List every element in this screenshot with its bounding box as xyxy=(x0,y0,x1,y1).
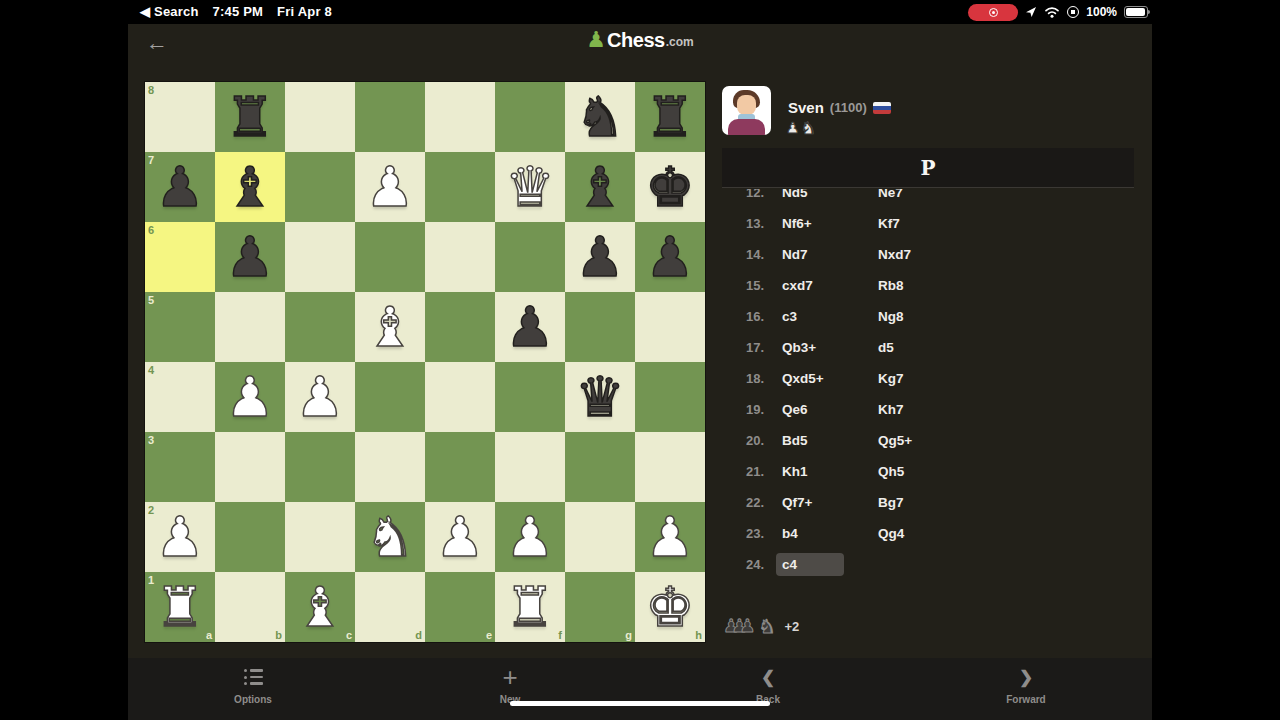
white-knight-capture-icon: ♞ xyxy=(800,120,815,137)
square-h6[interactable]: ♟ xyxy=(635,222,705,292)
rank-label-5: 5 xyxy=(148,294,154,306)
battery-icon xyxy=(1124,6,1148,18)
piece-black-knight[interactable]: ♞ xyxy=(575,82,624,152)
move-row-23: 23.b4Qg4 xyxy=(722,518,1134,549)
move-number: 24. xyxy=(722,557,764,572)
square-a7[interactable]: 7♟ xyxy=(145,152,215,222)
square-b8[interactable]: ♜ xyxy=(215,82,285,152)
square-d2[interactable]: ♞ xyxy=(355,502,425,572)
square-g5[interactable] xyxy=(565,292,635,362)
record-dot-icon xyxy=(989,8,998,17)
move-number: 23. xyxy=(722,526,764,541)
move-list-panel: P 12.Nd5Ne713.Nf6+Kf714.Nd7Nxd715.cxd7Rb… xyxy=(722,148,1134,612)
square-e4[interactable] xyxy=(425,362,495,432)
piece-white-knight[interactable]: ♞ xyxy=(365,502,414,572)
square-c4[interactable]: ♟ xyxy=(285,362,355,432)
piece-white-pawn[interactable]: ♟ xyxy=(225,362,274,432)
flag-stripe xyxy=(873,110,891,114)
square-f3[interactable] xyxy=(495,432,565,502)
opponent-rating: (1100) xyxy=(830,100,867,115)
square-g4[interactable]: ♛ xyxy=(565,362,635,432)
move-black[interactable]: d5 xyxy=(878,340,894,355)
black-pawn-capture-icon: ♟ xyxy=(739,616,755,636)
file-label-h: h xyxy=(695,629,702,641)
piece-white-bishop[interactable]: ♝ xyxy=(295,572,344,642)
rank-label-1: 1 xyxy=(148,574,154,586)
move-white[interactable]: Qxd5+ xyxy=(776,367,844,390)
piece-black-queen[interactable]: ♛ xyxy=(575,362,624,432)
piece-black-rook[interactable]: ♜ xyxy=(645,82,694,152)
piece-black-rook[interactable]: ♜ xyxy=(225,82,274,152)
square-g2[interactable] xyxy=(565,502,635,572)
piece-white-bishop[interactable]: ♝ xyxy=(365,292,414,362)
move-white[interactable]: Nf6+ xyxy=(776,212,844,235)
square-a4[interactable]: 4 xyxy=(145,362,215,432)
move-white[interactable]: Qf7+ xyxy=(776,491,844,514)
square-d4[interactable] xyxy=(355,362,425,432)
home-indicator[interactable] xyxy=(510,701,770,706)
square-g3[interactable] xyxy=(565,432,635,502)
status-right: 100% xyxy=(968,3,1148,21)
square-c3[interactable] xyxy=(285,432,355,502)
square-f5[interactable]: ♟ xyxy=(495,292,565,362)
file-label-a: a xyxy=(206,629,212,641)
avatar-face xyxy=(737,95,756,115)
piece-black-pawn[interactable]: ♟ xyxy=(505,292,554,362)
new-game-button[interactable]: + New xyxy=(450,666,570,705)
square-a6[interactable]: 6 xyxy=(145,222,215,292)
move-white[interactable]: b4 xyxy=(776,522,844,545)
pawn-header-icon: P xyxy=(920,155,935,180)
forward-move-button[interactable]: ❯ Forward xyxy=(966,666,1086,705)
square-g8[interactable]: ♞ xyxy=(565,82,635,152)
piece-black-pawn[interactable]: ♟ xyxy=(155,152,204,222)
logo-suffix: .com xyxy=(666,33,694,52)
file-label-b: b xyxy=(275,629,282,641)
piece-white-pawn[interactable]: ♟ xyxy=(645,502,694,572)
square-f8[interactable] xyxy=(495,82,565,152)
move-black[interactable]: Qg5+ xyxy=(878,433,912,448)
rank-label-4: 4 xyxy=(148,364,154,376)
opponent-name: Sven xyxy=(788,99,824,116)
square-f1[interactable]: f♜ xyxy=(495,572,565,642)
square-a3[interactable]: 3 xyxy=(145,432,215,502)
file-label-f: f xyxy=(558,629,562,641)
move-number: 16. xyxy=(722,309,764,324)
options-label: Options xyxy=(234,694,272,705)
piece-white-rook[interactable]: ♜ xyxy=(155,572,204,642)
piece-white-queen[interactable]: ♛ xyxy=(505,152,554,222)
piece-black-pawn[interactable]: ♟ xyxy=(645,222,694,292)
piece-black-pawn[interactable]: ♟ xyxy=(575,222,624,292)
move-white[interactable]: cxd7 xyxy=(776,274,844,297)
move-row-20: 20.Bd5Qg5+ xyxy=(722,425,1134,456)
move-number: 20. xyxy=(722,433,764,448)
move-number: 15. xyxy=(722,278,764,293)
options-button[interactable]: Options xyxy=(193,666,313,705)
move-black[interactable]: Ng8 xyxy=(878,309,904,324)
move-number: 14. xyxy=(722,247,764,262)
move-row-15: 15.cxd7Rb8 xyxy=(722,270,1134,301)
move-row-21: 21.Kh1Qh5 xyxy=(722,456,1134,487)
rank-label-7: 7 xyxy=(148,154,154,166)
screen-recording-indicator[interactable] xyxy=(968,4,1018,21)
square-b1[interactable]: b xyxy=(215,572,285,642)
back-move-button[interactable]: ❮ Back xyxy=(708,666,828,705)
russia-flag-icon xyxy=(873,102,891,114)
square-e6[interactable] xyxy=(425,222,495,292)
move-row-22: 22.Qf7+Bg7 xyxy=(722,487,1134,518)
move-row-13: 13.Nf6+Kf7 xyxy=(722,208,1134,239)
move-white[interactable]: Bd5 xyxy=(776,429,844,452)
options-list-icon xyxy=(244,666,263,688)
move-black[interactable]: Rb8 xyxy=(878,278,904,293)
move-white[interactable]: Qb3+ xyxy=(776,336,844,359)
back-to-search-link[interactable]: ◀ Search xyxy=(140,4,199,19)
square-c1[interactable]: c♝ xyxy=(285,572,355,642)
move-number: 19. xyxy=(722,402,764,417)
square-b7[interactable]: ♝ xyxy=(215,152,285,222)
move-black[interactable]: Bg7 xyxy=(878,495,904,510)
rank-label-2: 2 xyxy=(148,504,154,516)
logo-text: Chess xyxy=(607,28,665,52)
square-f7[interactable]: ♛ xyxy=(495,152,565,222)
square-c5[interactable] xyxy=(285,292,355,362)
black-knight-capture-icon: ♞ xyxy=(758,616,775,636)
piece-white-pawn[interactable]: ♟ xyxy=(435,502,484,572)
piece-black-bishop[interactable]: ♝ xyxy=(575,152,624,222)
opponent-info: Sven (1100) xyxy=(788,99,891,116)
move-row-14: 14.Nd7Nxd7 xyxy=(722,239,1134,270)
square-e2[interactable]: ♟ xyxy=(425,502,495,572)
move-number: 17. xyxy=(722,340,764,355)
screen: ◀ Search 7:45 PM Fri Apr 8 100% ← ♟ Ches… xyxy=(0,0,1280,720)
wifi-icon xyxy=(1044,6,1060,18)
forward-label: Forward xyxy=(1006,694,1045,705)
square-b4[interactable]: ♟ xyxy=(215,362,285,432)
material-advantage: +2 xyxy=(784,619,799,634)
move-list: 12.Nd5Ne713.Nf6+Kf714.Nd7Nxd715.cxd7Rb81… xyxy=(722,189,1134,580)
file-label-c: c xyxy=(346,629,352,641)
square-e1[interactable]: e xyxy=(425,572,495,642)
move-number: 21. xyxy=(722,464,764,479)
move-number: 22. xyxy=(722,495,764,510)
file-label-e: e xyxy=(486,629,492,641)
square-h4[interactable] xyxy=(635,362,705,432)
move-row-12: 12.Nd5Ne7 xyxy=(722,189,1134,208)
piece-black-bishop[interactable]: ♝ xyxy=(225,152,274,222)
square-a8[interactable]: 8 xyxy=(145,82,215,152)
piece-black-pawn[interactable]: ♟ xyxy=(225,222,274,292)
square-h8[interactable]: ♜ xyxy=(635,82,705,152)
square-c2[interactable] xyxy=(285,502,355,572)
move-list-scroll[interactable]: 12.Nd5Ne713.Nf6+Kf714.Nd7Nxd715.cxd7Rb81… xyxy=(722,189,1134,588)
status-date: Fri Apr 8 xyxy=(277,4,332,19)
piece-white-pawn[interactable]: ♟ xyxy=(365,152,414,222)
move-white[interactable]: Kh1 xyxy=(776,460,844,483)
move-white[interactable]: Qe6 xyxy=(776,398,844,421)
piece-white-rook[interactable]: ♜ xyxy=(505,572,554,642)
file-label-d: d xyxy=(415,629,422,641)
square-e8[interactable] xyxy=(425,82,495,152)
square-c7[interactable] xyxy=(285,152,355,222)
move-row-19: 19.Qe6Kh7 xyxy=(722,394,1134,425)
move-number: 13. xyxy=(722,216,764,231)
square-a2[interactable]: 2♟ xyxy=(145,502,215,572)
move-row-17: 17.Qb3+d5 xyxy=(722,332,1134,363)
square-b6[interactable]: ♟ xyxy=(215,222,285,292)
location-icon xyxy=(1025,6,1037,18)
square-h3[interactable] xyxy=(635,432,705,502)
move-white[interactable]: c4 xyxy=(776,553,844,576)
chesscom-logo: ♟ Chess .com xyxy=(128,28,1152,52)
move-black[interactable]: Kh7 xyxy=(878,402,904,417)
player-captured-pieces: ♟♟♟♞+2 xyxy=(723,615,799,637)
square-h2[interactable]: ♟ xyxy=(635,502,705,572)
opponent-captured-pieces: ♟♞ xyxy=(786,120,816,137)
square-f6[interactable] xyxy=(495,222,565,292)
square-d5[interactable]: ♝ xyxy=(355,292,425,362)
move-white[interactable]: Nd5 xyxy=(776,189,844,204)
square-a1[interactable]: 1a♜ xyxy=(145,572,215,642)
square-c6[interactable] xyxy=(285,222,355,292)
chevron-left-icon: ❮ xyxy=(761,666,775,688)
move-black[interactable]: Qg4 xyxy=(878,526,904,541)
white-pawn-capture-icon: ♟ xyxy=(786,120,799,137)
square-c8[interactable] xyxy=(285,82,355,152)
move-black[interactable]: Kf7 xyxy=(878,216,900,231)
piece-white-king[interactable]: ♚ xyxy=(645,572,694,642)
status-bar: ◀ Search 7:45 PM Fri Apr 8 100% xyxy=(0,0,1280,24)
move-black[interactable]: Qh5 xyxy=(878,464,904,479)
square-h5[interactable] xyxy=(635,292,705,362)
opponent-avatar[interactable] xyxy=(722,86,771,135)
move-list-header[interactable]: P xyxy=(722,148,1134,188)
move-row-24: 24.c4 xyxy=(722,549,1134,580)
square-g6[interactable]: ♟ xyxy=(565,222,635,292)
move-row-18: 18.Qxd5+Kg7 xyxy=(722,363,1134,394)
square-f4[interactable] xyxy=(495,362,565,432)
top-nav: ← ♟ Chess .com xyxy=(128,24,1152,64)
plus-icon: + xyxy=(502,666,517,688)
piece-white-pawn[interactable]: ♟ xyxy=(295,362,344,432)
move-black[interactable]: Kg7 xyxy=(878,371,904,386)
square-e5[interactable] xyxy=(425,292,495,362)
square-d1[interactable]: d xyxy=(355,572,425,642)
move-number: 12. xyxy=(722,189,764,200)
piece-white-pawn[interactable]: ♟ xyxy=(155,502,204,572)
move-white[interactable]: c3 xyxy=(776,305,844,328)
square-g7[interactable]: ♝ xyxy=(565,152,635,222)
square-d7[interactable]: ♟ xyxy=(355,152,425,222)
move-black[interactable]: Nxd7 xyxy=(878,247,911,262)
square-g1[interactable]: g xyxy=(565,572,635,642)
rank-label-3: 3 xyxy=(148,434,154,446)
square-a5[interactable]: 5 xyxy=(145,292,215,362)
square-h1[interactable]: h♚ xyxy=(635,572,705,642)
square-b2[interactable] xyxy=(215,502,285,572)
status-time: 7:45 PM xyxy=(213,4,264,19)
square-e3[interactable] xyxy=(425,432,495,502)
square-d6[interactable] xyxy=(355,222,425,292)
rank-label-6: 6 xyxy=(148,224,154,236)
chess-board[interactable]: 8♜♞♜7♟♝♟♛♝♚6♟♟♟5♝♟4♟♟♛32♟♞♟♟♟1a♜bc♝def♜g… xyxy=(145,82,705,642)
piece-white-pawn[interactable]: ♟ xyxy=(505,502,554,572)
square-d3[interactable] xyxy=(355,432,425,502)
move-number: 18. xyxy=(722,371,764,386)
move-row-16: 16.c3Ng8 xyxy=(722,301,1134,332)
status-left: ◀ Search 7:45 PM Fri Apr 8 xyxy=(140,4,332,19)
square-f2[interactable]: ♟ xyxy=(495,502,565,572)
square-d8[interactable] xyxy=(355,82,425,152)
battery-percent: 100% xyxy=(1086,5,1117,19)
square-e7[interactable] xyxy=(425,152,495,222)
square-b5[interactable] xyxy=(215,292,285,362)
chevron-right-icon: ❯ xyxy=(1019,666,1033,688)
square-h7[interactable]: ♚ xyxy=(635,152,705,222)
rotation-lock-icon xyxy=(1067,6,1079,18)
move-white[interactable]: Nd7 xyxy=(776,243,844,266)
avatar-sweater xyxy=(728,119,765,135)
rank-label-8: 8 xyxy=(148,84,154,96)
file-label-g: g xyxy=(625,629,632,641)
pawn-logo-icon: ♟ xyxy=(586,28,606,52)
bottom-toolbar: Options + New ❮ Back ❯ Forward xyxy=(128,658,1152,720)
square-b3[interactable] xyxy=(215,432,285,502)
piece-black-king[interactable]: ♚ xyxy=(645,152,694,222)
move-black[interactable]: Ne7 xyxy=(878,189,903,200)
app-window: ← ♟ Chess .com 8♜♞♜7♟♝♟♛♝♚6♟♟♟5♝♟4♟♟♛32♟… xyxy=(128,24,1152,720)
